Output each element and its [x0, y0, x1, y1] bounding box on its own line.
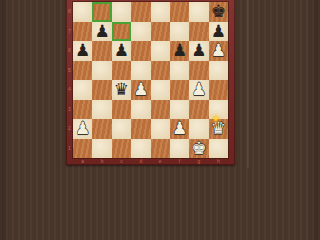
- file-label-f: f: [176, 159, 184, 164]
- square-a3[interactable]: [73, 100, 92, 120]
- square-d8[interactable]: [131, 2, 150, 22]
- square-e3[interactable]: [151, 100, 170, 120]
- file-label-g: g: [195, 159, 203, 164]
- square-c4[interactable]: ♛: [112, 80, 131, 100]
- square-a4[interactable]: [73, 80, 92, 100]
- square-g6[interactable]: ♟: [189, 41, 208, 61]
- black-pawn[interactable]: ♟: [75, 42, 90, 59]
- square-g3[interactable]: [189, 100, 208, 120]
- black-pawn[interactable]: ♟: [172, 42, 187, 59]
- square-e8[interactable]: [151, 2, 170, 22]
- square-h2[interactable]: ♛✦: [209, 119, 228, 139]
- square-d1[interactable]: [131, 139, 150, 159]
- square-b8[interactable]: [92, 2, 111, 22]
- square-c8[interactable]: [112, 2, 131, 22]
- square-b4[interactable]: [92, 80, 111, 100]
- square-e5[interactable]: [151, 61, 170, 81]
- square-g2[interactable]: [189, 119, 208, 139]
- square-d2[interactable]: [131, 119, 150, 139]
- square-e2[interactable]: [151, 119, 170, 139]
- file-label-e: e: [156, 159, 164, 164]
- white-pawn[interactable]: ♟: [75, 120, 90, 137]
- chess-board: ♚♟♟♟♟♟♟♟♛♟♟♟♟♛✦♚: [73, 2, 228, 158]
- square-d6[interactable]: [131, 41, 150, 61]
- square-b3[interactable]: [92, 100, 111, 120]
- square-b2[interactable]: [92, 119, 111, 139]
- white-pawn[interactable]: ♟: [172, 120, 187, 137]
- white-pawn[interactable]: ♟: [191, 81, 206, 98]
- black-pawn[interactable]: ♟: [94, 23, 109, 40]
- square-b6[interactable]: [92, 41, 111, 61]
- square-d4[interactable]: ♟: [131, 80, 150, 100]
- square-e1[interactable]: [151, 139, 170, 159]
- square-c1[interactable]: [112, 139, 131, 159]
- white-queen[interactable]: ♛: [211, 120, 226, 137]
- black-pawn[interactable]: ♟: [114, 42, 129, 59]
- square-d7[interactable]: [131, 22, 150, 42]
- black-queen[interactable]: ♛: [114, 81, 129, 98]
- rank-label-7: 7: [66, 29, 73, 34]
- square-c5[interactable]: [112, 61, 131, 81]
- white-king[interactable]: ♚: [191, 140, 206, 157]
- square-a5[interactable]: [73, 61, 92, 81]
- black-king[interactable]: ♚: [211, 3, 226, 20]
- square-h3[interactable]: [209, 100, 228, 120]
- square-f4[interactable]: [170, 80, 189, 100]
- square-c6[interactable]: ♟: [112, 41, 131, 61]
- square-c3[interactable]: [112, 100, 131, 120]
- square-f5[interactable]: [170, 61, 189, 81]
- square-e7[interactable]: [151, 22, 170, 42]
- rank-label-5: 5: [66, 68, 73, 73]
- square-h6[interactable]: ♟: [209, 41, 228, 61]
- file-label-d: d: [137, 159, 145, 164]
- file-label-c: c: [117, 159, 125, 164]
- file-label-a: a: [79, 159, 87, 164]
- square-f6[interactable]: ♟: [170, 41, 189, 61]
- wood-grain-seam: [247, 0, 249, 168]
- square-a6[interactable]: ♟: [73, 41, 92, 61]
- square-f3[interactable]: [170, 100, 189, 120]
- square-g7[interactable]: [189, 22, 208, 42]
- square-h4[interactable]: [209, 80, 228, 100]
- white-pawn[interactable]: ♟: [133, 81, 148, 98]
- rank-label-8: 8: [66, 9, 73, 14]
- square-f1[interactable]: [170, 139, 189, 159]
- square-d5[interactable]: [131, 61, 150, 81]
- square-d3[interactable]: [131, 100, 150, 120]
- black-pawn[interactable]: ♟: [211, 23, 226, 40]
- square-a2[interactable]: ♟: [73, 119, 92, 139]
- square-a8[interactable]: [73, 2, 92, 22]
- square-b7[interactable]: ♟: [92, 22, 111, 42]
- square-g8[interactable]: [189, 2, 208, 22]
- rank-label-6: 6: [66, 48, 73, 53]
- square-b1[interactable]: [92, 139, 111, 159]
- square-f7[interactable]: [170, 22, 189, 42]
- square-e4[interactable]: [151, 80, 170, 100]
- rank-label-1: 1: [66, 146, 73, 151]
- square-g1[interactable]: ♚: [189, 139, 208, 159]
- square-b5[interactable]: [92, 61, 111, 81]
- file-label-b: b: [98, 159, 106, 164]
- square-c7[interactable]: [112, 22, 131, 42]
- square-h1[interactable]: [209, 139, 228, 159]
- rank-label-3: 3: [66, 107, 73, 112]
- square-g4[interactable]: ♟: [189, 80, 208, 100]
- white-pawn[interactable]: ♟: [211, 42, 226, 59]
- rank-label-2: 2: [66, 126, 73, 131]
- chess-board-frame: ♚♟♟♟♟♟♟♟♛♟♟♟♟♛✦♚ 87654321abcdefgh: [66, 0, 235, 165]
- rank-label-4: 4: [66, 87, 73, 92]
- square-e6[interactable]: [151, 41, 170, 61]
- square-f8[interactable]: [170, 2, 189, 22]
- black-pawn[interactable]: ♟: [191, 42, 206, 59]
- square-h8[interactable]: ♚: [209, 2, 228, 22]
- square-c2[interactable]: [112, 119, 131, 139]
- square-h5[interactable]: [209, 61, 228, 81]
- square-g5[interactable]: [189, 61, 208, 81]
- square-h7[interactable]: ♟: [209, 22, 228, 42]
- square-f2[interactable]: ♟: [170, 119, 189, 139]
- file-label-h: h: [214, 159, 222, 164]
- square-a1[interactable]: [73, 139, 92, 159]
- square-a7[interactable]: [73, 22, 92, 42]
